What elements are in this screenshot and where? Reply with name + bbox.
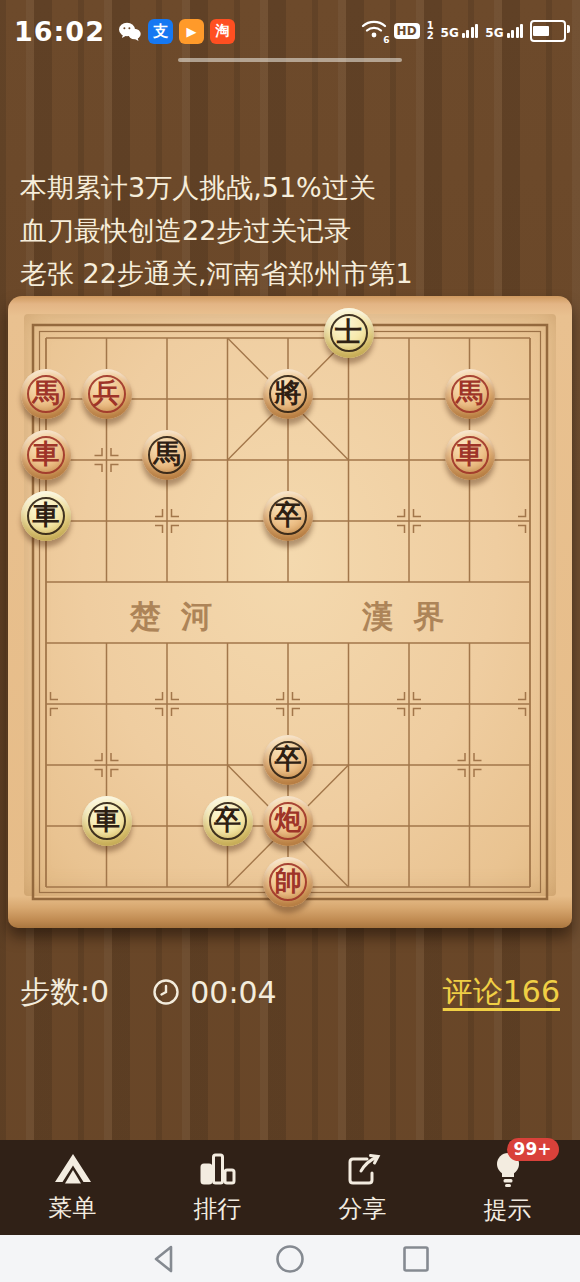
piece-glyph: 車 <box>21 491 71 541</box>
piece-glyph: 士 <box>324 308 374 358</box>
alipay-icon: 支 <box>148 19 173 44</box>
piece-red-horse[interactable]: 馬 <box>445 369 495 419</box>
piece-glyph: 車 <box>445 430 495 480</box>
river-label-chu: 楚河 <box>130 596 232 638</box>
piece-glyph: 卒 <box>203 796 253 846</box>
piece-red-cannon[interactable]: 炮 <box>263 796 313 846</box>
share-icon <box>341 1151 385 1189</box>
piece-glyph: 車 <box>21 430 71 480</box>
back-button[interactable] <box>147 1242 181 1276</box>
clock-icon <box>151 977 181 1007</box>
challenge-stats: 本期累计3万人挑战,51%过关 血刀最快创造22步过关记录 老张 22步通关,河… <box>20 166 570 295</box>
piece-black-soldier[interactable]: 卒 <box>263 491 313 541</box>
piece-glyph: 車 <box>82 796 132 846</box>
nav-item-share[interactable]: 分享 <box>308 1151 418 1225</box>
signal-bars-icon <box>507 24 524 38</box>
system-nav-bar <box>0 1235 580 1282</box>
notification-app-icons: 支 ▶ 淘 <box>117 19 235 44</box>
piece-black-general[interactable]: 將 <box>263 369 313 419</box>
piece-glyph: 馬 <box>445 369 495 419</box>
phone-screen: 16:02 支 ▶ 淘 6 HD 12 5G 5G <box>0 0 580 1282</box>
signal-sim1: 5G <box>441 24 479 38</box>
piece-red-general[interactable]: 帥 <box>263 857 313 907</box>
hd-volte-icon: HD <box>394 23 420 39</box>
piece-black-chariot[interactable]: 車 <box>21 491 71 541</box>
piece-glyph: 帥 <box>263 857 313 907</box>
timer-value: 00:04 <box>190 975 276 1010</box>
status-bar: 16:02 支 ▶ 淘 6 HD 12 5G 5G <box>0 10 580 52</box>
piece-glyph: 將 <box>263 369 313 419</box>
signal-bars-icon <box>462 24 479 38</box>
piece-red-horse[interactable]: 馬 <box>21 369 71 419</box>
move-counter: 步数:0 <box>20 972 109 1013</box>
nav-item-menu[interactable]: 菜单 <box>18 1152 128 1224</box>
status-right-icons: 6 HD 12 5G 5G <box>361 19 566 43</box>
xiangqi-board[interactable]: 楚河 漢界 士馬兵將馬車馬車車卒卒車卒炮帥 <box>8 296 572 928</box>
piece-black-chariot[interactable]: 車 <box>82 796 132 846</box>
stats-line-top-player: 老张 22步通关,河南省郑州市第1 <box>20 252 570 295</box>
piece-glyph: 兵 <box>82 369 132 419</box>
piece-red-soldier[interactable]: 兵 <box>82 369 132 419</box>
piece-black-soldier[interactable]: 卒 <box>203 796 253 846</box>
hint-count-badge: 99+ <box>507 1138 559 1161</box>
piece-red-chariot[interactable]: 車 <box>21 430 71 480</box>
wifi-icon: 6 <box>361 19 387 43</box>
timer: 00:04 <box>151 975 276 1010</box>
ranking-bar-chart-icon <box>196 1151 240 1189</box>
piece-glyph: 卒 <box>263 735 313 785</box>
menu-icon <box>51 1152 95 1188</box>
nav-item-hint[interactable]: 提示 99+ <box>453 1150 563 1226</box>
comments-link[interactable]: 评论166 <box>443 972 560 1013</box>
signal-sim2: 5G <box>485 24 523 38</box>
clock-time: 16:02 <box>14 16 105 47</box>
piece-glyph: 卒 <box>263 491 313 541</box>
stats-line-participants: 本期累计3万人挑战,51%过关 <box>20 166 570 209</box>
nav-item-ranking[interactable]: 排行 <box>163 1151 273 1225</box>
home-button[interactable] <box>273 1242 307 1276</box>
river-label-han: 漢界 <box>362 596 464 638</box>
battery-icon <box>530 20 566 42</box>
stats-line-record: 血刀最快创造22步过关记录 <box>20 209 570 252</box>
piece-glyph: 炮 <box>263 796 313 846</box>
piece-black-advisor[interactable]: 士 <box>324 308 374 358</box>
video-app-icon: ▶ <box>179 19 204 44</box>
taobao-icon: 淘 <box>210 19 235 44</box>
piece-black-soldier[interactable]: 卒 <box>263 735 313 785</box>
bottom-nav-bar: 菜单 排行 分享 提示 99+ <box>0 1140 580 1235</box>
piece-black-horse[interactable]: 馬 <box>142 430 192 480</box>
piece-glyph: 馬 <box>21 369 71 419</box>
recents-button[interactable] <box>399 1242 433 1276</box>
notification-pull-handle <box>178 58 402 62</box>
game-hud: 步数:0 00:04 评论166 <box>0 966 580 1018</box>
piece-red-chariot[interactable]: 車 <box>445 430 495 480</box>
piece-glyph: 馬 <box>142 430 192 480</box>
wechat-icon <box>117 19 142 44</box>
sim-indicators: 12 <box>427 21 434 41</box>
